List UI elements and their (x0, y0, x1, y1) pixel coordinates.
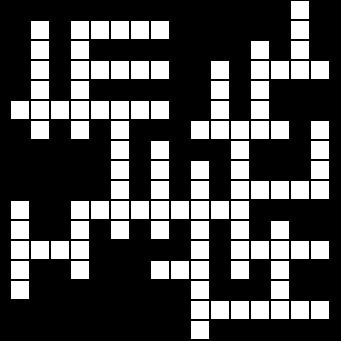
crossword-black-cell (50, 160, 70, 180)
crossword-black-cell (110, 240, 130, 260)
crossword-white-cell[interactable] (70, 120, 90, 140)
crossword-white-cell[interactable] (110, 180, 130, 200)
crossword-black-cell (130, 260, 150, 280)
crossword-grid (10, 0, 330, 340)
crossword-black-cell (50, 220, 70, 240)
crossword-white-cell[interactable] (30, 20, 50, 40)
crossword-black-cell (230, 60, 250, 80)
crossword-white-cell[interactable] (250, 40, 270, 60)
crossword-black-cell (50, 180, 70, 200)
crossword-black-cell (50, 20, 70, 40)
crossword-white-cell[interactable] (110, 160, 130, 180)
crossword-black-cell (290, 140, 310, 160)
crossword-black-cell (10, 0, 30, 20)
crossword-white-cell[interactable] (210, 100, 230, 120)
crossword-white-cell[interactable] (310, 180, 330, 200)
crossword-black-cell (190, 140, 210, 160)
crossword-white-cell[interactable] (290, 40, 310, 60)
crossword-black-cell (270, 200, 290, 220)
crossword-white-cell[interactable] (310, 240, 330, 260)
crossword-white-cell[interactable] (130, 60, 150, 80)
crossword-white-cell[interactable] (250, 80, 270, 100)
crossword-white-cell[interactable] (150, 140, 170, 160)
crossword-black-cell (30, 300, 50, 320)
crossword-black-cell (210, 280, 230, 300)
crossword-white-cell[interactable] (70, 240, 90, 260)
crossword-black-cell (110, 320, 130, 340)
crossword-white-cell[interactable] (210, 300, 230, 320)
crossword-black-cell (190, 100, 210, 120)
crossword-black-cell (150, 0, 170, 20)
crossword-white-cell[interactable] (250, 240, 270, 260)
crossword-white-cell[interactable] (270, 260, 290, 280)
crossword-white-cell[interactable] (150, 60, 170, 80)
crossword-black-cell (250, 20, 270, 40)
crossword-white-cell[interactable] (230, 260, 250, 280)
crossword-black-cell (90, 300, 110, 320)
crossword-black-cell (130, 320, 150, 340)
crossword-white-cell[interactable] (310, 160, 330, 180)
crossword-black-cell (290, 260, 310, 280)
crossword-white-cell[interactable] (270, 220, 290, 240)
crossword-white-cell[interactable] (290, 0, 310, 20)
crossword-black-cell (210, 260, 230, 280)
crossword-white-cell[interactable] (10, 260, 30, 280)
crossword-black-cell (170, 240, 190, 260)
crossword-white-cell[interactable] (190, 240, 210, 260)
crossword-black-cell (290, 100, 310, 120)
crossword-white-cell[interactable] (210, 120, 230, 140)
crossword-white-cell[interactable] (110, 220, 130, 240)
crossword-black-cell (230, 40, 250, 60)
crossword-white-cell[interactable] (230, 300, 250, 320)
crossword-black-cell (50, 280, 70, 300)
crossword-black-cell (30, 280, 50, 300)
crossword-black-cell (170, 120, 190, 140)
crossword-black-cell (110, 80, 130, 100)
crossword-black-cell (10, 300, 30, 320)
crossword-black-cell (250, 200, 270, 220)
crossword-white-cell[interactable] (70, 80, 90, 100)
crossword-black-cell (90, 140, 110, 160)
crossword-white-cell[interactable] (290, 300, 310, 320)
crossword-black-cell (310, 320, 330, 340)
crossword-white-cell[interactable] (130, 20, 150, 40)
crossword-white-cell[interactable] (150, 160, 170, 180)
crossword-black-cell (30, 260, 50, 280)
crossword-black-cell (170, 160, 190, 180)
crossword-black-cell (50, 320, 70, 340)
crossword-white-cell[interactable] (70, 40, 90, 60)
crossword-black-cell (110, 0, 130, 20)
crossword-white-cell[interactable] (270, 280, 290, 300)
crossword-white-cell[interactable] (30, 60, 50, 80)
crossword-black-cell (50, 120, 70, 140)
crossword-black-cell (150, 240, 170, 260)
crossword-black-cell (210, 160, 230, 180)
crossword-black-cell (50, 80, 70, 100)
crossword-black-cell (290, 220, 310, 240)
crossword-white-cell[interactable] (130, 200, 150, 220)
crossword-white-cell[interactable] (110, 20, 130, 40)
crossword-black-cell (250, 320, 270, 340)
crossword-black-cell (230, 20, 250, 40)
crossword-black-cell (190, 0, 210, 20)
crossword-white-cell[interactable] (230, 120, 250, 140)
crossword-white-cell[interactable] (10, 240, 30, 260)
crossword-white-cell[interactable] (110, 100, 130, 120)
crossword-black-cell (270, 20, 290, 40)
crossword-black-cell (90, 0, 110, 20)
crossword-black-cell (130, 240, 150, 260)
crossword-black-cell (50, 140, 70, 160)
crossword-black-cell (310, 80, 330, 100)
crossword-black-cell (90, 180, 110, 200)
crossword-white-cell[interactable] (270, 300, 290, 320)
crossword-black-cell (50, 60, 70, 80)
crossword-black-cell (290, 160, 310, 180)
crossword-white-cell[interactable] (110, 140, 130, 160)
crossword-black-cell (50, 260, 70, 280)
crossword-white-cell[interactable] (110, 60, 130, 80)
crossword-black-cell (310, 280, 330, 300)
crossword-black-cell (130, 280, 150, 300)
crossword-black-cell (270, 40, 290, 60)
crossword-black-cell (130, 220, 150, 240)
crossword-white-cell[interactable] (230, 240, 250, 260)
crossword-black-cell (70, 280, 90, 300)
crossword-white-cell[interactable] (270, 60, 290, 80)
crossword-white-cell[interactable] (290, 60, 310, 80)
crossword-white-cell[interactable] (70, 200, 90, 220)
crossword-black-cell (110, 280, 130, 300)
crossword-white-cell[interactable] (290, 240, 310, 260)
crossword-white-cell[interactable] (150, 260, 170, 280)
crossword-white-cell[interactable] (250, 100, 270, 120)
crossword-black-cell (310, 0, 330, 20)
crossword-white-cell[interactable] (230, 180, 250, 200)
crossword-white-cell[interactable] (30, 100, 50, 120)
crossword-black-cell (10, 140, 30, 160)
crossword-black-cell (10, 20, 30, 40)
crossword-black-cell (230, 280, 250, 300)
crossword-black-cell (130, 120, 150, 140)
crossword-black-cell (250, 260, 270, 280)
crossword-black-cell (250, 280, 270, 300)
crossword-white-cell[interactable] (150, 100, 170, 120)
crossword-black-cell (250, 140, 270, 160)
crossword-black-cell (210, 20, 230, 40)
crossword-black-cell (190, 80, 210, 100)
crossword-black-cell (90, 320, 110, 340)
crossword-white-cell[interactable] (150, 180, 170, 200)
crossword-black-cell (110, 300, 130, 320)
crossword-white-cell[interactable] (170, 260, 190, 280)
crossword-black-cell (170, 300, 190, 320)
crossword-black-cell (150, 300, 170, 320)
crossword-black-cell (90, 240, 110, 260)
crossword-white-cell[interactable] (310, 140, 330, 160)
crossword-white-cell[interactable] (90, 20, 110, 40)
crossword-black-cell (150, 320, 170, 340)
crossword-black-cell (130, 0, 150, 20)
crossword-white-cell[interactable] (190, 200, 210, 220)
crossword-white-cell[interactable] (150, 20, 170, 40)
crossword-black-cell (170, 220, 190, 240)
crossword-white-cell[interactable] (30, 120, 50, 140)
crossword-white-cell[interactable] (310, 60, 330, 80)
crossword-black-cell (270, 320, 290, 340)
crossword-black-cell (90, 40, 110, 60)
crossword-black-cell (130, 180, 150, 200)
crossword-white-cell[interactable] (10, 100, 30, 120)
crossword-black-cell (290, 80, 310, 100)
crossword-black-cell (10, 180, 30, 200)
crossword-black-cell (70, 300, 90, 320)
crossword-black-cell (170, 20, 190, 40)
crossword-white-cell[interactable] (50, 240, 70, 260)
crossword-white-cell[interactable] (170, 200, 190, 220)
crossword-black-cell (270, 0, 290, 20)
crossword-black-cell (310, 200, 330, 220)
crossword-white-cell[interactable] (310, 120, 330, 140)
crossword-black-cell (130, 40, 150, 60)
crossword-black-cell (270, 160, 290, 180)
crossword-black-cell (310, 260, 330, 280)
crossword-black-cell (10, 120, 30, 140)
crossword-black-cell (250, 0, 270, 20)
crossword-black-cell (70, 180, 90, 200)
crossword-white-cell[interactable] (190, 120, 210, 140)
crossword-black-cell (270, 140, 290, 160)
crossword-white-cell[interactable] (130, 100, 150, 120)
crossword-black-cell (10, 40, 30, 60)
crossword-black-cell (70, 160, 90, 180)
crossword-white-cell[interactable] (90, 200, 110, 220)
crossword-black-cell (50, 0, 70, 20)
crossword-black-cell (110, 40, 130, 60)
crossword-black-cell (190, 20, 210, 40)
crossword-white-cell[interactable] (70, 20, 90, 40)
crossword-black-cell (190, 40, 210, 60)
crossword-white-cell[interactable] (190, 220, 210, 240)
crossword-white-cell[interactable] (250, 120, 270, 140)
crossword-white-cell[interactable] (290, 180, 310, 200)
crossword-white-cell[interactable] (210, 200, 230, 220)
crossword-black-cell (90, 80, 110, 100)
crossword-white-cell[interactable] (10, 200, 30, 220)
crossword-white-cell[interactable] (30, 40, 50, 60)
crossword-black-cell (150, 80, 170, 100)
crossword-black-cell (210, 40, 230, 60)
crossword-black-cell (170, 40, 190, 60)
crossword-white-cell[interactable] (270, 120, 290, 140)
crossword-black-cell (30, 200, 50, 220)
crossword-black-cell (30, 140, 50, 160)
crossword-white-cell[interactable] (190, 160, 210, 180)
crossword-black-cell (130, 300, 150, 320)
crossword-black-cell (170, 60, 190, 80)
crossword-black-cell (210, 180, 230, 200)
crossword-black-cell (170, 80, 190, 100)
crossword-white-cell[interactable] (250, 60, 270, 80)
crossword-white-cell[interactable] (10, 220, 30, 240)
crossword-black-cell (130, 140, 150, 160)
crossword-black-cell (70, 320, 90, 340)
crossword-black-cell (150, 120, 170, 140)
crossword-black-cell (270, 100, 290, 120)
crossword-black-cell (130, 160, 150, 180)
crossword-black-cell (50, 200, 70, 220)
crossword-white-cell[interactable] (110, 120, 130, 140)
crossword-black-cell (30, 320, 50, 340)
crossword-black-cell (30, 180, 50, 200)
crossword-black-cell (210, 220, 230, 240)
crossword-black-cell (50, 300, 70, 320)
crossword-black-cell (50, 40, 70, 60)
crossword-black-cell (210, 320, 230, 340)
crossword-black-cell (230, 80, 250, 100)
crossword-white-cell[interactable] (250, 180, 270, 200)
crossword-black-cell (90, 160, 110, 180)
crossword-black-cell (210, 240, 230, 260)
crossword-black-cell (230, 0, 250, 20)
crossword-black-cell (110, 260, 130, 280)
crossword-black-cell (30, 160, 50, 180)
crossword-black-cell (30, 220, 50, 240)
crossword-black-cell (70, 140, 90, 160)
crossword-black-cell (10, 60, 30, 80)
crossword-white-cell[interactable] (90, 100, 110, 120)
crossword-white-cell[interactable] (70, 100, 90, 120)
crossword-black-cell (170, 280, 190, 300)
crossword-white-cell[interactable] (250, 300, 270, 320)
crossword-black-cell (90, 120, 110, 140)
crossword-white-cell[interactable] (190, 180, 210, 200)
crossword-black-cell (210, 0, 230, 20)
crossword-white-cell[interactable] (230, 140, 250, 160)
crossword-black-cell (290, 320, 310, 340)
crossword-black-cell (170, 140, 190, 160)
crossword-black-cell (90, 280, 110, 300)
crossword-black-cell (290, 280, 310, 300)
crossword-black-cell (90, 260, 110, 280)
crossword-white-cell[interactable] (70, 260, 90, 280)
crossword-white-cell[interactable] (110, 200, 130, 220)
crossword-black-cell (150, 40, 170, 60)
crossword-black-cell (70, 0, 90, 20)
crossword-black-cell (250, 160, 270, 180)
crossword-white-cell[interactable] (190, 300, 210, 320)
crossword-black-cell (230, 100, 250, 120)
crossword-black-cell (190, 60, 210, 80)
crossword-black-cell (10, 160, 30, 180)
crossword-white-cell[interactable] (70, 60, 90, 80)
crossword-black-cell (30, 0, 50, 20)
crossword-white-cell[interactable] (210, 60, 230, 80)
crossword-black-cell (310, 40, 330, 60)
crossword-black-cell (170, 100, 190, 120)
crossword-white-cell[interactable] (270, 240, 290, 260)
crossword-white-cell[interactable] (90, 60, 110, 80)
crossword-white-cell[interactable] (10, 280, 30, 300)
crossword-white-cell[interactable] (210, 80, 230, 100)
crossword-white-cell[interactable] (30, 80, 50, 100)
crossword-white-cell[interactable] (190, 260, 210, 280)
crossword-black-cell (290, 200, 310, 220)
crossword-white-cell[interactable] (190, 280, 210, 300)
crossword-black-cell (310, 220, 330, 240)
crossword-white-cell[interactable] (290, 20, 310, 40)
crossword-white-cell[interactable] (150, 220, 170, 240)
crossword-black-cell (310, 100, 330, 120)
crossword-white-cell[interactable] (230, 200, 250, 220)
crossword-black-cell (290, 120, 310, 140)
crossword-white-cell[interactable] (270, 180, 290, 200)
crossword-black-cell (10, 80, 30, 100)
crossword-white-cell[interactable] (190, 320, 210, 340)
crossword-white-cell[interactable] (50, 100, 70, 120)
crossword-black-cell (130, 80, 150, 100)
crossword-black-cell (170, 320, 190, 340)
crossword-black-cell (90, 220, 110, 240)
crossword-black-cell (210, 140, 230, 160)
crossword-black-cell (170, 0, 190, 20)
crossword-white-cell[interactable] (310, 300, 330, 320)
crossword-black-cell (230, 320, 250, 340)
crossword-black-cell (170, 180, 190, 200)
crossword-black-cell (250, 220, 270, 240)
crossword-black-cell (10, 320, 30, 340)
crossword-white-cell[interactable] (150, 200, 170, 220)
crossword-white-cell[interactable] (30, 240, 50, 260)
crossword-black-cell (270, 80, 290, 100)
crossword-white-cell[interactable] (230, 160, 250, 180)
crossword-black-cell (310, 20, 330, 40)
crossword-black-cell (150, 280, 170, 300)
crossword-white-cell[interactable] (70, 220, 90, 240)
crossword-white-cell[interactable] (230, 220, 250, 240)
